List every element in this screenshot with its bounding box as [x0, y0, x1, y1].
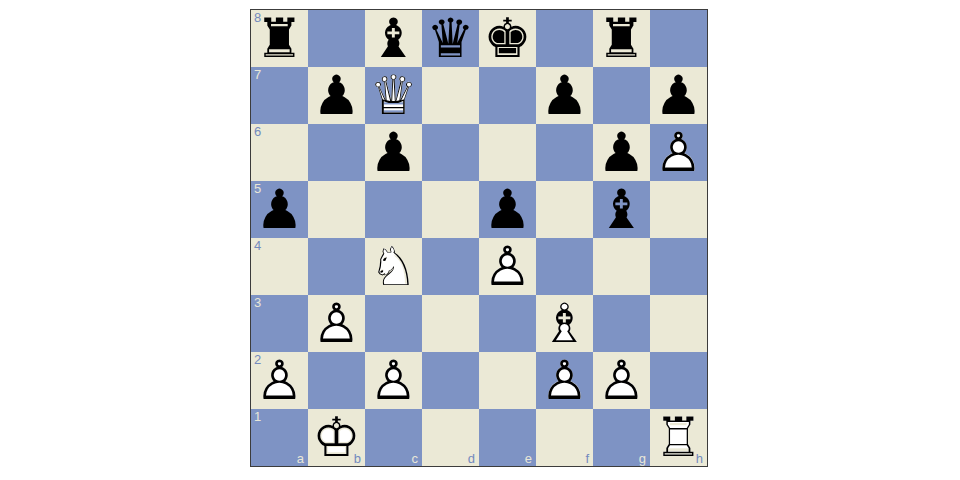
black-bishop-glyph: ♝	[369, 10, 417, 67]
square-c1[interactable]: c	[365, 409, 422, 466]
black-pawn-icon[interactable]: ♟	[536, 67, 593, 124]
white-queen-icon[interactable]: ♛♕	[365, 67, 422, 124]
square-d3[interactable]	[422, 295, 479, 352]
square-c8[interactable]: ♝	[365, 10, 422, 67]
square-b7[interactable]: ♟	[308, 67, 365, 124]
square-b8[interactable]	[308, 10, 365, 67]
square-g6[interactable]: ♟	[593, 124, 650, 181]
black-queen-icon[interactable]: ♛	[422, 10, 479, 67]
white-pawn-outline: ♙	[540, 352, 588, 409]
square-a6[interactable]: 6	[251, 124, 308, 181]
file-label-c: c	[412, 452, 419, 465]
square-d8[interactable]: ♛	[422, 10, 479, 67]
square-f3[interactable]: ♝♗	[536, 295, 593, 352]
white-pawn-icon[interactable]: ♟♙	[308, 295, 365, 352]
white-queen-outline: ♕	[369, 67, 417, 124]
black-queen-glyph: ♛	[426, 10, 474, 67]
square-d6[interactable]	[422, 124, 479, 181]
black-king-icon[interactable]: ♚	[479, 10, 536, 67]
square-b1[interactable]: b♚♔	[308, 409, 365, 466]
black-pawn-icon[interactable]: ♟	[593, 124, 650, 181]
rank-label-4: 4	[254, 238, 261, 253]
white-bishop-outline: ♗	[540, 295, 588, 352]
square-c3[interactable]	[365, 295, 422, 352]
square-b6[interactable]	[308, 124, 365, 181]
square-g5[interactable]: ♝	[593, 181, 650, 238]
black-pawn-glyph: ♟	[369, 124, 417, 181]
white-knight-icon[interactable]: ♞♘	[365, 238, 422, 295]
square-g8[interactable]: ♜	[593, 10, 650, 67]
black-pawn-icon[interactable]: ♟	[650, 67, 707, 124]
white-knight-outline: ♘	[369, 238, 417, 295]
white-pawn-icon[interactable]: ♟♙	[251, 352, 308, 409]
black-rook-glyph: ♜	[597, 10, 645, 67]
white-pawn-outline: ♙	[369, 352, 417, 409]
file-label-g: g	[639, 452, 646, 465]
square-a5[interactable]: 5♟	[251, 181, 308, 238]
square-h3[interactable]	[650, 295, 707, 352]
square-f6[interactable]	[536, 124, 593, 181]
white-king-icon[interactable]: ♚♔	[308, 409, 365, 466]
chess-board: 8♜♝♛♚♜7♟♛♕♟♟6♟♟♟♙5♟♟♝4♞♘♟♙3♟♙♝♗2♟♙♟♙♟♙♟♙…	[251, 10, 707, 466]
square-d4[interactable]	[422, 238, 479, 295]
rank-label-6: 6	[254, 124, 261, 139]
black-pawn-icon[interactable]: ♟	[365, 124, 422, 181]
square-d5[interactable]	[422, 181, 479, 238]
square-f5[interactable]	[536, 181, 593, 238]
black-pawn-glyph: ♟	[654, 67, 702, 124]
square-g3[interactable]	[593, 295, 650, 352]
white-pawn-outline: ♙	[597, 352, 645, 409]
square-e8[interactable]: ♚	[479, 10, 536, 67]
black-bishop-icon[interactable]: ♝	[593, 181, 650, 238]
white-pawn-outline: ♙	[255, 352, 303, 409]
square-g7[interactable]	[593, 67, 650, 124]
black-pawn-glyph: ♟	[483, 181, 531, 238]
black-rook-glyph: ♜	[255, 10, 303, 67]
square-a1[interactable]: 1a	[251, 409, 308, 466]
file-label-d: d	[468, 452, 475, 465]
square-c2[interactable]: ♟♙	[365, 352, 422, 409]
file-label-e: e	[525, 452, 532, 465]
square-e3[interactable]	[479, 295, 536, 352]
square-e7[interactable]	[479, 67, 536, 124]
file-label-f: f	[585, 452, 589, 465]
black-rook-icon[interactable]: ♜	[251, 10, 308, 67]
square-e1[interactable]: e	[479, 409, 536, 466]
square-e2[interactable]	[479, 352, 536, 409]
white-pawn-icon[interactable]: ♟♙	[479, 238, 536, 295]
square-g4[interactable]	[593, 238, 650, 295]
square-h2[interactable]	[650, 352, 707, 409]
square-f2[interactable]: ♟♙	[536, 352, 593, 409]
square-d1[interactable]: d	[422, 409, 479, 466]
rank-label-1: 1	[254, 409, 261, 424]
square-d2[interactable]	[422, 352, 479, 409]
rank-label-3: 3	[254, 295, 261, 310]
white-pawn-outline: ♙	[312, 295, 360, 352]
white-rook-icon[interactable]: ♜♖	[650, 409, 707, 466]
black-king-glyph: ♚	[483, 10, 531, 67]
square-a4[interactable]: 4	[251, 238, 308, 295]
square-g1[interactable]: g	[593, 409, 650, 466]
white-rook-outline: ♖	[654, 409, 702, 466]
white-pawn-icon[interactable]: ♟♙	[536, 352, 593, 409]
square-c5[interactable]	[365, 181, 422, 238]
square-f8[interactable]	[536, 10, 593, 67]
white-pawn-outline: ♙	[654, 124, 702, 181]
black-pawn-glyph: ♟	[540, 67, 588, 124]
square-c4[interactable]: ♞♘	[365, 238, 422, 295]
square-c7[interactable]: ♛♕	[365, 67, 422, 124]
square-b5[interactable]	[308, 181, 365, 238]
square-h8[interactable]	[650, 10, 707, 67]
square-a7[interactable]: 7	[251, 67, 308, 124]
white-king-outline: ♔	[312, 409, 360, 466]
square-b4[interactable]	[308, 238, 365, 295]
rank-label-7: 7	[254, 67, 261, 82]
black-pawn-icon[interactable]: ♟	[251, 181, 308, 238]
black-pawn-glyph: ♟	[312, 67, 360, 124]
square-f4[interactable]	[536, 238, 593, 295]
square-b3[interactable]: ♟♙	[308, 295, 365, 352]
square-h5[interactable]	[650, 181, 707, 238]
chess-board-frame: 8♜♝♛♚♜7♟♛♕♟♟6♟♟♟♙5♟♟♝4♞♘♟♙3♟♙♝♗2♟♙♟♙♟♙♟♙…	[250, 9, 708, 467]
white-pawn-icon[interactable]: ♟♙	[650, 124, 707, 181]
square-f1[interactable]: f	[536, 409, 593, 466]
square-c6[interactable]: ♟	[365, 124, 422, 181]
square-a8[interactable]: 8♜	[251, 10, 308, 67]
white-pawn-icon[interactable]: ♟♙	[593, 352, 650, 409]
file-label-a: a	[297, 452, 304, 465]
white-pawn-icon[interactable]: ♟♙	[365, 352, 422, 409]
square-e5[interactable]: ♟	[479, 181, 536, 238]
black-pawn-icon[interactable]: ♟	[308, 67, 365, 124]
square-e4[interactable]: ♟♙	[479, 238, 536, 295]
square-h1[interactable]: h♜♖	[650, 409, 707, 466]
square-e6[interactable]	[479, 124, 536, 181]
black-bishop-icon[interactable]: ♝	[365, 10, 422, 67]
black-bishop-glyph: ♝	[597, 181, 645, 238]
white-pawn-outline: ♙	[483, 238, 531, 295]
square-a2[interactable]: 2♟♙	[251, 352, 308, 409]
black-pawn-glyph: ♟	[255, 181, 303, 238]
white-bishop-icon[interactable]: ♝♗	[536, 295, 593, 352]
square-d7[interactable]	[422, 67, 479, 124]
black-rook-icon[interactable]: ♜	[593, 10, 650, 67]
square-g2[interactable]: ♟♙	[593, 352, 650, 409]
square-a3[interactable]: 3	[251, 295, 308, 352]
black-pawn-glyph: ♟	[597, 124, 645, 181]
square-h6[interactable]: ♟♙	[650, 124, 707, 181]
page: { "game": "chess", "position": "r1bqk1r1…	[0, 0, 960, 480]
square-h4[interactable]	[650, 238, 707, 295]
square-h7[interactable]: ♟	[650, 67, 707, 124]
square-b2[interactable]	[308, 352, 365, 409]
square-f7[interactable]: ♟	[536, 67, 593, 124]
black-pawn-icon[interactable]: ♟	[479, 181, 536, 238]
